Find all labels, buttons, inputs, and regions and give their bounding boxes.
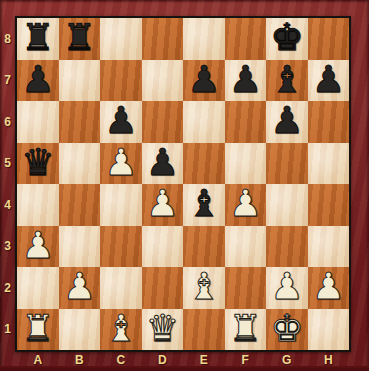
piece-black-pawn-h7[interactable]: ♟: [312, 59, 345, 101]
rank-label-8: 8: [0, 18, 15, 60]
square-g2[interactable]: ♟: [266, 267, 308, 309]
square-d1[interactable]: ♛: [142, 309, 184, 351]
square-e5[interactable]: [183, 143, 225, 185]
piece-black-pawn-c6[interactable]: ♟: [104, 100, 137, 142]
square-b2[interactable]: ♟: [59, 267, 101, 309]
piece-black-pawn-a7[interactable]: ♟: [21, 59, 54, 101]
piece-black-bishop-e4[interactable]: ♝: [187, 183, 220, 225]
rank-label-1: 1: [0, 309, 15, 351]
piece-white-pawn-a3[interactable]: ♟: [21, 225, 54, 267]
square-d3[interactable]: [142, 226, 184, 268]
square-f6[interactable]: [225, 101, 267, 143]
square-g8[interactable]: ♚: [266, 18, 308, 60]
bottom-edge-shadow: [0, 366, 369, 371]
piece-black-king-g8[interactable]: ♚: [270, 17, 303, 59]
square-d8[interactable]: [142, 18, 184, 60]
square-a5[interactable]: ♛: [17, 143, 59, 185]
square-b4[interactable]: [59, 184, 101, 226]
square-a2[interactable]: [17, 267, 59, 309]
square-e6[interactable]: [183, 101, 225, 143]
square-g4[interactable]: [266, 184, 308, 226]
square-f1[interactable]: ♜: [225, 309, 267, 351]
square-h2[interactable]: ♟: [308, 267, 350, 309]
piece-black-bishop-g7[interactable]: ♝: [270, 59, 303, 101]
square-a4[interactable]: [17, 184, 59, 226]
square-a8[interactable]: ♜: [17, 18, 59, 60]
piece-black-pawn-g6[interactable]: ♟: [270, 100, 303, 142]
square-d7[interactable]: [142, 60, 184, 102]
piece-black-queen-a5[interactable]: ♛: [21, 142, 54, 184]
square-f7[interactable]: ♟: [225, 60, 267, 102]
square-b1[interactable]: [59, 309, 101, 351]
square-e2[interactable]: ♝: [183, 267, 225, 309]
square-e4[interactable]: ♝: [183, 184, 225, 226]
square-c3[interactable]: [100, 226, 142, 268]
square-h1[interactable]: [308, 309, 350, 351]
piece-white-pawn-d4[interactable]: ♟: [146, 183, 179, 225]
piece-white-bishop-c1[interactable]: ♝: [104, 308, 137, 350]
rank-label-4: 4: [0, 184, 15, 226]
piece-black-pawn-d5[interactable]: ♟: [146, 142, 179, 184]
piece-white-pawn-b2[interactable]: ♟: [63, 266, 96, 308]
square-b3[interactable]: [59, 226, 101, 268]
square-g5[interactable]: [266, 143, 308, 185]
piece-white-rook-f1[interactable]: ♜: [229, 308, 262, 350]
piece-black-rook-b8[interactable]: ♜: [63, 17, 96, 59]
square-a1[interactable]: ♜: [17, 309, 59, 351]
chess-board-panel: ♜♜♚♟♟♟♝♟♟♟♛♟♟♟♝♟♟♟♝♟♟♜♝♛♜♚ 87654321 ABCD…: [0, 0, 369, 371]
square-a3[interactable]: ♟: [17, 226, 59, 268]
piece-white-rook-a1[interactable]: ♜: [21, 308, 54, 350]
piece-black-rook-a8[interactable]: ♜: [21, 17, 54, 59]
square-c2[interactable]: [100, 267, 142, 309]
square-d6[interactable]: [142, 101, 184, 143]
square-c5[interactable]: ♟: [100, 143, 142, 185]
square-b7[interactable]: [59, 60, 101, 102]
square-h4[interactable]: [308, 184, 350, 226]
square-d2[interactable]: [142, 267, 184, 309]
square-h7[interactable]: ♟: [308, 60, 350, 102]
rank-label-3: 3: [0, 226, 15, 268]
square-a7[interactable]: ♟: [17, 60, 59, 102]
square-e7[interactable]: ♟: [183, 60, 225, 102]
rank-label-5: 5: [0, 143, 15, 185]
square-b8[interactable]: ♜: [59, 18, 101, 60]
square-b6[interactable]: [59, 101, 101, 143]
square-c1[interactable]: ♝: [100, 309, 142, 351]
square-g7[interactable]: ♝: [266, 60, 308, 102]
square-c8[interactable]: [100, 18, 142, 60]
square-h6[interactable]: [308, 101, 350, 143]
square-b5[interactable]: [59, 143, 101, 185]
square-f2[interactable]: [225, 267, 267, 309]
square-h3[interactable]: [308, 226, 350, 268]
chess-board: ♜♜♚♟♟♟♝♟♟♟♛♟♟♟♝♟♟♟♝♟♟♜♝♛♜♚: [15, 16, 351, 352]
square-h8[interactable]: [308, 18, 350, 60]
square-c7[interactable]: [100, 60, 142, 102]
square-f5[interactable]: [225, 143, 267, 185]
square-g1[interactable]: ♚: [266, 309, 308, 351]
square-f4[interactable]: ♟: [225, 184, 267, 226]
piece-black-pawn-f7[interactable]: ♟: [229, 59, 262, 101]
piece-black-pawn-e7[interactable]: ♟: [187, 59, 220, 101]
rank-label-7: 7: [0, 60, 15, 102]
square-e3[interactable]: [183, 226, 225, 268]
square-f3[interactable]: [225, 226, 267, 268]
square-h5[interactable]: [308, 143, 350, 185]
square-f8[interactable]: [225, 18, 267, 60]
piece-white-pawn-f4[interactable]: ♟: [229, 183, 262, 225]
rank-label-6: 6: [0, 101, 15, 143]
square-c6[interactable]: ♟: [100, 101, 142, 143]
rank-label-2: 2: [0, 267, 15, 309]
square-e1[interactable]: [183, 309, 225, 351]
piece-white-pawn-h2[interactable]: ♟: [312, 266, 345, 308]
piece-white-queen-d1[interactable]: ♛: [146, 308, 179, 350]
square-c4[interactable]: [100, 184, 142, 226]
square-a6[interactable]: [17, 101, 59, 143]
piece-white-pawn-c5[interactable]: ♟: [104, 142, 137, 184]
piece-white-bishop-e2[interactable]: ♝: [187, 266, 220, 308]
square-g3[interactable]: [266, 226, 308, 268]
square-d5[interactable]: ♟: [142, 143, 184, 185]
square-g6[interactable]: ♟: [266, 101, 308, 143]
square-e8[interactable]: [183, 18, 225, 60]
piece-white-king-g1[interactable]: ♚: [270, 308, 303, 350]
piece-white-pawn-g2[interactable]: ♟: [270, 266, 303, 308]
square-d4[interactable]: ♟: [142, 184, 184, 226]
